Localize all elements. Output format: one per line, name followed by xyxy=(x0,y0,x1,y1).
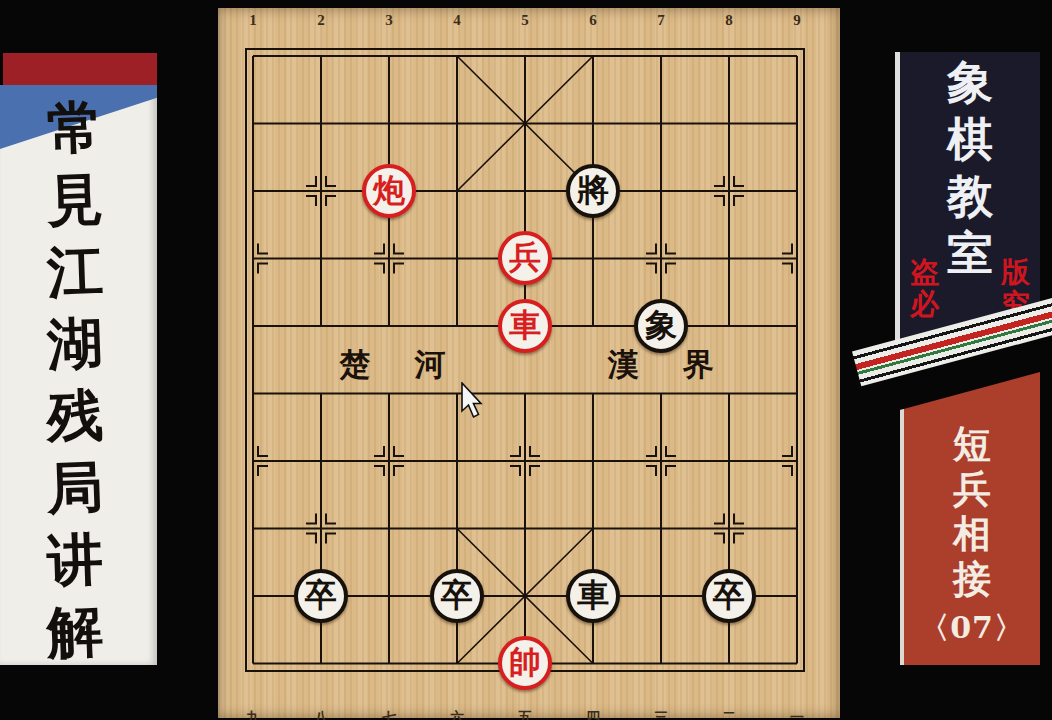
piece-black-elephant[interactable]: 象 xyxy=(634,299,688,353)
episode-title: 短兵相接 xyxy=(904,421,1040,601)
file-labels-bottom: 九八七六五四三二一 xyxy=(218,709,840,720)
left-banner-red-bar xyxy=(3,53,157,85)
piracy-notice-char: 版 xyxy=(1001,256,1030,288)
piracy-notice-char: 必 xyxy=(910,288,939,320)
file-label-bottom: 七 xyxy=(382,709,396,720)
episode-title-char: 短 xyxy=(904,421,1040,466)
classroom-title-char: 棋 xyxy=(900,111,1040,168)
left-banner-scroll: 常見江湖残局讲解 xyxy=(0,85,157,665)
piece-red-general[interactable]: 帥 xyxy=(498,636,552,690)
left-banner: 常見江湖残局讲解 xyxy=(0,0,210,720)
pieces-layer: 炮將兵車象卒卒車卒帥 xyxy=(219,22,831,697)
right-banner: 象棋教室 盗版必究 短兵相接 〈07〉 xyxy=(845,0,1052,720)
classroom-title: 象棋教室 xyxy=(900,54,1040,282)
left-banner-char: 常 xyxy=(0,88,151,165)
piracy-notice-row: 盗版 xyxy=(910,256,1030,288)
mouse-cursor xyxy=(460,382,484,420)
left-banner-char: 江 xyxy=(0,232,151,309)
episode-title-char: 兵 xyxy=(904,466,1040,511)
piece-black-general[interactable]: 將 xyxy=(566,164,620,218)
piece-black-pawn[interactable]: 卒 xyxy=(702,569,756,623)
piece-black-rook[interactable]: 車 xyxy=(566,569,620,623)
classroom-title-char: 教 xyxy=(900,168,1040,225)
piece-red-pawn[interactable]: 兵 xyxy=(498,231,552,285)
episode-panel: 短兵相接 〈07〉 xyxy=(900,368,1040,665)
file-label-bottom: 一 xyxy=(790,709,804,720)
file-label-bottom: 二 xyxy=(722,709,736,720)
episode-title-char: 接 xyxy=(904,556,1040,601)
classroom-title-char: 象 xyxy=(900,54,1040,111)
episode-number: 〈07〉 xyxy=(904,608,1040,649)
left-banner-title: 常見江湖残局讲解 xyxy=(0,91,150,667)
piece-red-rook[interactable]: 車 xyxy=(498,299,552,353)
piece-black-pawn[interactable]: 卒 xyxy=(430,569,484,623)
piece-red-cannon[interactable]: 炮 xyxy=(362,164,416,218)
left-banner-char: 解 xyxy=(0,592,151,669)
left-banner-char: 見 xyxy=(0,160,151,237)
file-label-bottom: 四 xyxy=(586,709,600,720)
left-banner-char: 湖 xyxy=(0,304,151,381)
file-label-bottom: 六 xyxy=(450,709,464,720)
left-banner-char: 残 xyxy=(0,376,151,453)
file-label-bottom: 八 xyxy=(314,709,328,720)
xiangqi-board[interactable]: 123456789 楚 河 漢 界 炮將兵車象卒卒車卒帥 九八七六五四三二一 xyxy=(218,8,840,718)
file-label-bottom: 三 xyxy=(654,709,668,720)
piece-black-pawn[interactable]: 卒 xyxy=(294,569,348,623)
episode-title-char: 相 xyxy=(904,511,1040,556)
left-banner-char: 局 xyxy=(0,448,151,525)
piracy-notice-char: 盗 xyxy=(910,256,939,288)
left-banner-char: 讲 xyxy=(0,520,151,597)
file-label-bottom: 五 xyxy=(518,709,532,720)
file-label-bottom: 九 xyxy=(246,709,260,720)
